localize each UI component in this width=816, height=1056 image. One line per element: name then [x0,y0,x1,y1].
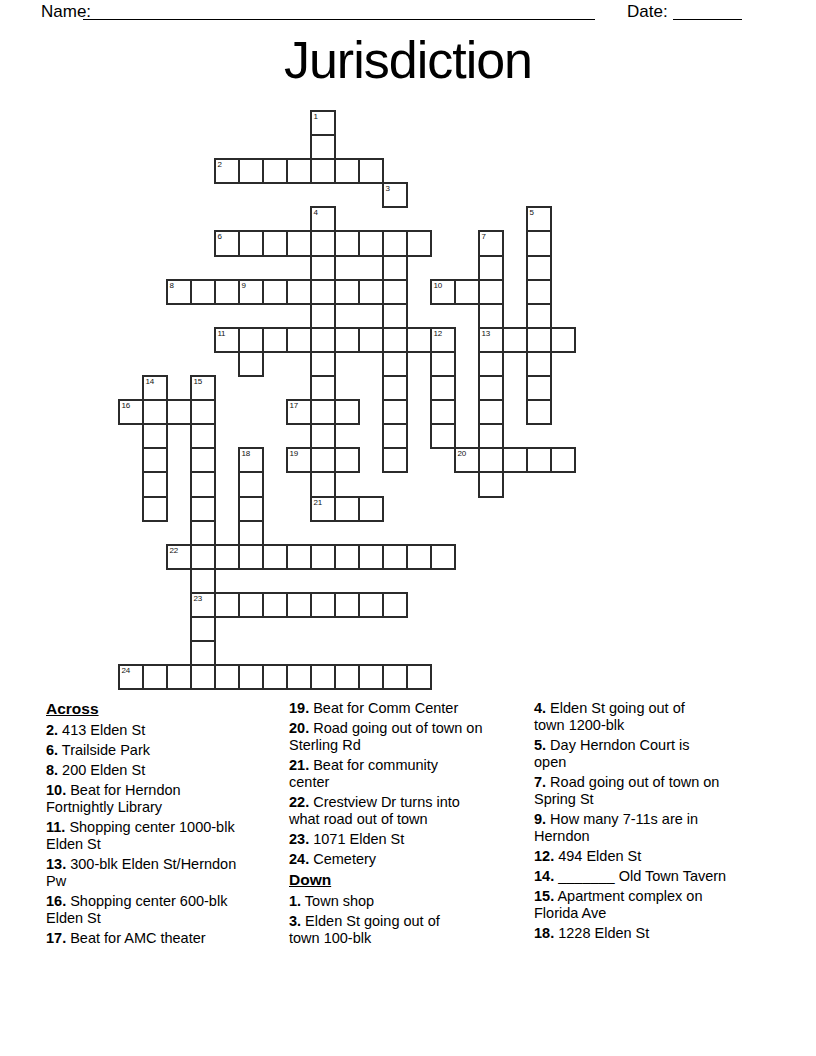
grid-cell-r14c18[interactable] [550,447,576,473]
grid-cell-r2c4[interactable]: 2 [214,158,240,184]
clue-text: Elden St going out of town 1200-blk [534,700,685,733]
grid-cell-r18c6[interactable] [262,544,288,570]
clue-number-label: 7. [534,774,546,790]
clue-d7: 7. Road going out of town on Spring St [534,774,750,808]
grid-cell-r2c8[interactable] [310,158,336,184]
grid-cell-r22c3[interactable] [190,640,216,666]
grid-cell-r2c9[interactable] [334,158,360,184]
grid-cell-r5c8[interactable] [310,230,336,256]
grid-cell-r9c12[interactable] [406,327,432,353]
grid-cell-r12c13[interactable] [430,399,456,425]
grid-cell-r5c11[interactable] [382,230,408,256]
grid-cell-r23c2[interactable] [166,664,192,690]
grid-cell-r20c5[interactable] [238,592,264,618]
cell-number-19: 19 [290,449,298,458]
grid-cell-r15c15[interactable] [478,471,504,497]
clue-d5: 5. Day Herndon Court is open [534,737,750,771]
grid-cell-r8c15[interactable] [478,303,504,329]
cell-number-8: 8 [170,281,174,290]
cell-number-21: 21 [314,498,322,507]
grid-cell-r13c11[interactable] [382,423,408,449]
grid-cell-r9c9[interactable] [334,327,360,353]
grid-cell-r7c9[interactable] [334,279,360,305]
clue-text: Beat for AMC theater [66,930,205,946]
grid-cell-r12c7[interactable]: 17 [286,399,312,425]
grid-cell-r2c6[interactable] [262,158,288,184]
grid-cell-r16c5[interactable] [238,496,264,522]
clue-number-label: 14. [534,868,554,884]
clue-text: Road going out of town on Sterling Rd [289,720,483,753]
grid-cell-r2c10[interactable] [358,158,384,184]
clue-text: Cemetery [309,851,376,867]
grid-cell-r23c9[interactable] [334,664,360,690]
grid-cell-r8c17[interactable] [526,303,552,329]
cell-number-22: 22 [170,546,178,555]
clue-text: 200 Elden St [58,762,145,778]
cell-number-10: 10 [434,281,442,290]
clue-text: Day Herndon Court is open [534,737,690,770]
clue-d4: 4. Elden St going out of town 1200-blk [534,700,750,734]
grid-cell-r23c1[interactable] [142,664,168,690]
grid-cell-r9c7[interactable] [286,327,312,353]
clue-a19: 19. Beat for Comm Center [289,700,521,717]
grid-cell-r11c15[interactable] [478,375,504,401]
grid-cell-r5c17[interactable] [526,230,552,256]
grid-cell-r14c3[interactable] [190,447,216,473]
clue-a22: 22. Crestview Dr turns into what road ou… [289,794,521,828]
grid-cell-r18c3[interactable] [190,544,216,570]
grid-cell-r8c11[interactable] [382,303,408,329]
clue-text: 1071 Elden St [309,831,404,847]
clue-text: Apartment complex on Florida Ave [534,888,702,921]
grid-cell-r19c3[interactable] [190,568,216,594]
grid-cell-r7c4[interactable] [214,279,240,305]
grid-cell-r9c15[interactable]: 13 [478,327,504,353]
grid-cell-r10c11[interactable] [382,351,408,377]
crossword-grid: 123456789101112131415161718192021222324 [119,111,575,689]
clue-text: Shopping center 600-blk Elden St [46,893,227,926]
grid-cell-r23c8[interactable] [310,664,336,690]
grid-cell-r1c8[interactable] [310,134,336,160]
clue-a13: 13. 300-blk Elden St/Herndon Pw [46,856,270,890]
grid-cell-r9c13[interactable]: 12 [430,327,456,353]
grid-cell-r12c17[interactable] [526,399,552,425]
grid-cell-r12c3[interactable] [190,399,216,425]
clue-d14: 14. _______ Old Town Tavern [534,868,750,885]
grid-cell-r7c5[interactable]: 9 [238,279,264,305]
grid-cell-r20c8[interactable] [310,592,336,618]
grid-cell-r8c8[interactable] [310,303,336,329]
cell-number-5: 5 [530,208,534,217]
clue-a24: 24. Cemetery [289,851,521,868]
clue-column-2: 19. Beat for Comm Center20. Road going o… [289,700,521,950]
grid-cell-r7c2[interactable]: 8 [166,279,192,305]
grid-cell-r14c17[interactable] [526,447,552,473]
clue-d18: 18. 1228 Elden St [534,925,750,942]
grid-cell-r9c10[interactable] [358,327,384,353]
clue-text: _______ Old Town Tavern [554,868,726,884]
grid-cell-r3c11[interactable]: 3 [382,182,408,208]
cell-number-12: 12 [434,329,442,338]
grid-cell-r6c11[interactable] [382,255,408,281]
clue-text: 300-blk Elden St/Herndon Pw [46,856,236,889]
clue-number-label: 9. [534,811,546,827]
clue-a16: 16. Shopping center 600-blk Elden St [46,893,270,927]
grid-cell-r23c12[interactable] [406,664,432,690]
cell-number-20: 20 [458,449,466,458]
clue-text: 1228 Elden St [554,925,649,941]
clue-number-label: 6. [46,742,58,758]
grid-cell-r20c9[interactable] [334,592,360,618]
grid-cell-r15c1[interactable] [142,471,168,497]
clue-a2: 2. 413 Elden St [46,722,270,739]
clue-a8: 8. 200 Elden St [46,762,270,779]
cell-number-7: 7 [482,232,486,241]
grid-cell-r10c8[interactable] [310,351,336,377]
grid-cell-r2c7[interactable] [286,158,312,184]
grid-cell-r18c4[interactable] [214,544,240,570]
grid-cell-r23c0[interactable]: 24 [118,664,144,690]
clue-d12: 12. 494 Elden St [534,848,750,865]
clue-column-1: Across2. 413 Elden St6. Trailside Park8.… [46,700,270,950]
clue-number-label: 19. [289,700,309,716]
grid-cell-r10c5[interactable] [238,351,264,377]
clue-number-label: 18. [534,925,554,941]
grid-cell-r11c1[interactable]: 14 [142,375,168,401]
grid-cell-r9c6[interactable] [262,327,288,353]
cell-number-13: 13 [482,329,490,338]
grid-cell-r13c15[interactable] [478,423,504,449]
clue-number-label: 12. [534,848,554,864]
grid-cell-r14c7[interactable]: 19 [286,447,312,473]
cell-number-17: 17 [290,401,298,410]
grid-cell-r17c5[interactable] [238,520,264,546]
grid-cell-r23c4[interactable] [214,664,240,690]
date-field[interactable] [673,1,742,20]
grid-cell-r5c6[interactable] [262,230,288,256]
grid-cell-r18c2[interactable]: 22 [166,544,192,570]
clue-number-label: 4. [534,700,546,716]
grid-cell-r20c4[interactable] [214,592,240,618]
grid-cell-r14c16[interactable] [502,447,528,473]
grid-cell-r15c8[interactable] [310,471,336,497]
grid-cell-r14c1[interactable] [142,447,168,473]
grid-cell-r0c8[interactable]: 1 [310,110,336,136]
grid-cell-r23c7[interactable] [286,664,312,690]
clue-text: Elden St going out of town 100-blk [289,913,440,946]
puzzle-title: Jurisdiction [0,30,816,90]
grid-cell-r5c4[interactable]: 6 [214,230,240,256]
clue-number-label: 2. [46,722,58,738]
grid-cell-r14c14[interactable]: 20 [454,447,480,473]
clue-d15: 15. Apartment complex on Florida Ave [534,888,750,922]
cell-number-9: 9 [242,281,246,290]
clue-a11: 11. Shopping center 1000-blk Elden St [46,819,270,853]
cell-number-2: 2 [218,160,222,169]
grid-cell-r20c3[interactable]: 23 [190,592,216,618]
grid-cell-r7c15[interactable] [478,279,504,305]
grid-cell-r20c7[interactable] [286,592,312,618]
grid-cell-r5c10[interactable] [358,230,384,256]
grid-cell-r18c8[interactable] [310,544,336,570]
grid-cell-r18c5[interactable] [238,544,264,570]
clue-text: Beat for community center [289,757,438,790]
clue-number-label: 17. [46,930,66,946]
grid-cell-r12c11[interactable] [382,399,408,425]
grid-cell-r12c15[interactable] [478,399,504,425]
grid-cell-r7c6[interactable] [262,279,288,305]
cell-number-1: 1 [314,112,318,121]
grid-cell-r23c10[interactable] [358,664,384,690]
clue-text: How many 7-11s are in Herndon [534,811,698,844]
clue-number-label: 5. [534,737,546,753]
grid-cell-r10c15[interactable] [478,351,504,377]
grid-cell-r13c8[interactable] [310,423,336,449]
grid-cell-r13c3[interactable] [190,423,216,449]
grid-cell-r23c3[interactable] [190,664,216,690]
cell-number-14: 14 [146,377,154,386]
grid-cell-r4c8[interactable]: 4 [310,206,336,232]
grid-cell-r12c9[interactable] [334,399,360,425]
grid-cell-r9c4[interactable]: 11 [214,327,240,353]
grid-cell-r11c13[interactable] [430,375,456,401]
clue-text: 494 Elden St [554,848,641,864]
clue-text: 413 Elden St [58,722,145,738]
clue-number-label: 16. [46,893,66,909]
grid-cell-r12c8[interactable] [310,399,336,425]
grid-cell-r15c3[interactable] [190,471,216,497]
name-field[interactable] [83,1,595,20]
grid-cell-r20c11[interactable] [382,592,408,618]
grid-cell-r23c6[interactable] [262,664,288,690]
grid-cell-r2c5[interactable] [238,158,264,184]
grid-cell-r16c8[interactable]: 21 [310,496,336,522]
grid-cell-r11c8[interactable] [310,375,336,401]
clue-number-label: 10. [46,782,66,798]
grid-cell-r16c9[interactable] [334,496,360,522]
grid-cell-r5c12[interactable] [406,230,432,256]
cell-number-11: 11 [218,329,226,338]
grid-cell-r23c11[interactable] [382,664,408,690]
cell-number-18: 18 [242,449,250,458]
clue-a6: 6. Trailside Park [46,742,270,759]
grid-cell-r5c9[interactable] [334,230,360,256]
cell-number-15: 15 [194,377,202,386]
clue-d9: 9. How many 7-11s are in Herndon [534,811,750,845]
clue-text: Road going out of town on Spring St [534,774,719,807]
grid-cell-r6c17[interactable] [526,255,552,281]
grid-cell-r14c11[interactable] [382,447,408,473]
clue-number-label: 15. [534,888,554,904]
down-heading: Down [289,871,521,889]
clue-number-label: 3. [289,913,301,929]
cell-number-24: 24 [122,666,130,675]
clue-a23: 23. 1071 Elden St [289,831,521,848]
clue-a17: 17. Beat for AMC theater [46,930,270,947]
grid-cell-r18c10[interactable] [358,544,384,570]
grid-cell-r5c7[interactable] [286,230,312,256]
grid-cell-r15c5[interactable] [238,471,264,497]
grid-cell-r17c3[interactable] [190,520,216,546]
grid-cell-r10c13[interactable] [430,351,456,377]
crossword-worksheet: { "game": "crossword", "title": "Jurisdi… [0,0,816,1056]
grid-cell-r18c9[interactable] [334,544,360,570]
grid-cell-r4c17[interactable]: 5 [526,206,552,232]
clue-number-label: 1. [289,893,301,909]
grid-cell-r18c11[interactable] [382,544,408,570]
clue-number-label: 22. [289,794,309,810]
grid-cell-r7c11[interactable] [382,279,408,305]
grid-cell-r11c17[interactable] [526,375,552,401]
clue-d3: 3. Elden St going out of town 100-blk [289,913,521,947]
grid-cell-r20c10[interactable] [358,592,384,618]
cell-number-6: 6 [218,232,222,241]
grid-cell-r12c1[interactable] [142,399,168,425]
clue-column-3: 4. Elden St going out of town 1200-blk5.… [534,700,750,945]
grid-cell-r7c10[interactable] [358,279,384,305]
grid-cell-r6c15[interactable] [478,255,504,281]
grid-cell-r18c13[interactable] [430,544,456,570]
clue-number-label: 24. [289,851,309,867]
grid-cell-r18c7[interactable] [286,544,312,570]
clue-number-label: 11. [46,819,65,835]
grid-cell-r6c8[interactable] [310,255,336,281]
grid-cell-r7c17[interactable] [526,279,552,305]
grid-cell-r7c13[interactable]: 10 [430,279,456,305]
grid-cell-r9c17[interactable] [526,327,552,353]
clue-text: Crestview Dr turns into what road out of… [289,794,460,827]
clue-a20: 20. Road going out of town on Sterling R… [289,720,521,754]
grid-cell-r7c7[interactable] [286,279,312,305]
grid-cell-r18c12[interactable] [406,544,432,570]
clue-text: Town shop [301,893,374,909]
cell-number-4: 4 [314,208,318,217]
grid-cell-r9c11[interactable] [382,327,408,353]
grid-cell-r16c1[interactable] [142,496,168,522]
cell-number-23: 23 [194,594,202,603]
clue-number-label: 20. [289,720,309,736]
grid-cell-r12c2[interactable] [166,399,192,425]
clue-number-label: 13. [46,856,66,872]
cell-number-16: 16 [122,401,130,410]
clue-number-label: 23. [289,831,309,847]
clue-text: Shopping center 1000-blk Elden St [46,819,235,852]
date-label: Date: [627,2,668,22]
grid-cell-r5c15[interactable]: 7 [478,230,504,256]
clue-text: Trailside Park [58,742,150,758]
grid-cell-r7c3[interactable] [190,279,216,305]
clue-a10: 10. Beat for Herndon Fortnightly Library [46,782,270,816]
grid-cell-r21c3[interactable] [190,616,216,642]
grid-cell-r23c5[interactable] [238,664,264,690]
grid-cell-r9c16[interactable] [502,327,528,353]
grid-cell-r13c1[interactable] [142,423,168,449]
grid-cell-r13c13[interactable] [430,423,456,449]
grid-cell-r9c18[interactable] [550,327,576,353]
grid-cell-r9c5[interactable] [238,327,264,353]
grid-cell-r14c5[interactable]: 18 [238,447,264,473]
grid-cell-r5c5[interactable] [238,230,264,256]
cell-number-3: 3 [386,184,390,193]
grid-cell-r7c14[interactable] [454,279,480,305]
clue-text: Beat for Comm Center [309,700,458,716]
grid-cell-r10c17[interactable] [526,351,552,377]
clue-a21: 21. Beat for community center [289,757,521,791]
grid-cell-r11c11[interactable] [382,375,408,401]
clue-d1: 1. Town shop [289,893,521,910]
clue-text: Beat for Herndon Fortnightly Library [46,782,181,815]
clue-number-label: 21. [289,757,309,773]
grid-cell-r9c8[interactable] [310,327,336,353]
grid-cell-r11c3[interactable]: 15 [190,375,216,401]
grid-cell-r20c6[interactable] [262,592,288,618]
grid-cell-r16c10[interactable] [358,496,384,522]
grid-cell-r14c15[interactable] [478,447,504,473]
across-heading: Across [46,700,270,718]
grid-cell-r14c9[interactable] [334,447,360,473]
grid-cell-r12c0[interactable]: 16 [118,399,144,425]
grid-cell-r7c8[interactable] [310,279,336,305]
clue-number-label: 8. [46,762,58,778]
grid-cell-r16c3[interactable] [190,496,216,522]
grid-cell-r14c8[interactable] [310,447,336,473]
